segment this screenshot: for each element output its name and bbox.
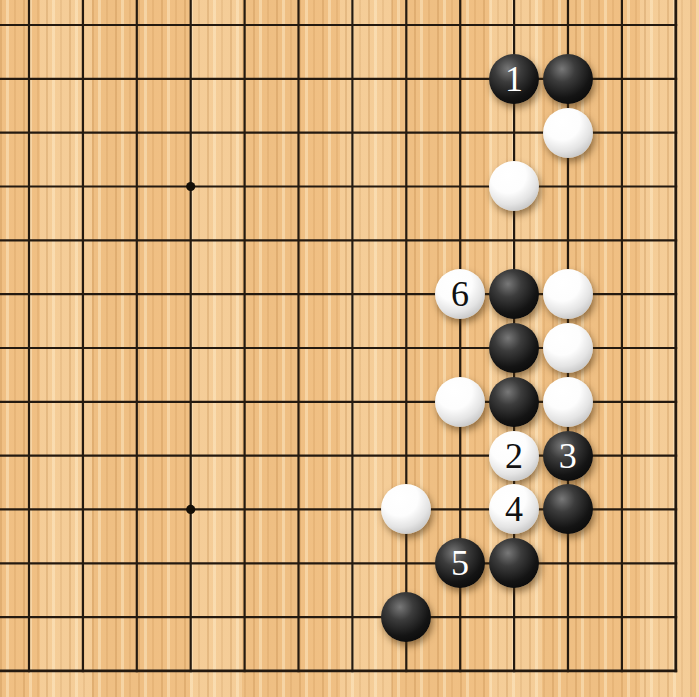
white-stone-c17r14	[543, 377, 593, 427]
stones-layer: 162345	[2, 0, 699, 697]
black-stone-c16r12	[489, 269, 539, 319]
black-stone-c16r8: 1	[489, 54, 539, 104]
black-stone-c16r14	[489, 377, 539, 427]
move-number-label: 4	[489, 484, 539, 534]
black-stone-c14r18	[381, 592, 431, 642]
move-number-label: 3	[543, 431, 593, 481]
white-stone-c14r16	[381, 484, 431, 534]
black-stone-c17r8	[543, 54, 593, 104]
black-stone-c17r15: 3	[543, 431, 593, 481]
white-stone-c15r12: 6	[435, 269, 485, 319]
white-stone-c15r14	[435, 377, 485, 427]
white-stone-c16r15: 2	[489, 431, 539, 481]
move-number-label: 1	[489, 54, 539, 104]
black-stone-c16r17	[489, 538, 539, 588]
move-number-label: 5	[435, 538, 485, 588]
white-stone-c17r9	[543, 108, 593, 158]
black-stone-c15r17: 5	[435, 538, 485, 588]
white-stone-c16r10	[489, 161, 539, 211]
black-stone-c17r16	[543, 484, 593, 534]
move-number-label: 2	[489, 431, 539, 481]
move-number-label: 6	[435, 269, 485, 319]
white-stone-c16r16: 4	[489, 484, 539, 534]
white-stone-c17r12	[543, 269, 593, 319]
black-stone-c16r13	[489, 323, 539, 373]
white-stone-c17r13	[543, 323, 593, 373]
go-board[interactable]: 162345	[0, 0, 699, 697]
